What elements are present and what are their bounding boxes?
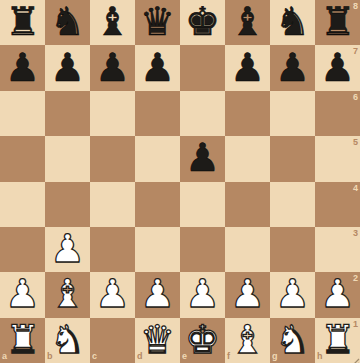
square-g8[interactable]: ♞ [270, 0, 315, 45]
white-knight[interactable]: ♞ [275, 320, 310, 359]
square-a4[interactable] [0, 182, 45, 227]
square-c4[interactable] [90, 182, 135, 227]
square-h8[interactable]: ♜8 [315, 0, 360, 45]
square-h2[interactable]: ♟2 [315, 272, 360, 317]
black-rook[interactable]: ♜ [320, 2, 355, 41]
square-h4[interactable]: 4 [315, 182, 360, 227]
square-c3[interactable] [90, 227, 135, 272]
white-pawn[interactable]: ♟ [50, 229, 85, 268]
square-f5[interactable] [225, 136, 270, 181]
square-c6[interactable] [90, 91, 135, 136]
square-a3[interactable] [0, 227, 45, 272]
square-b8[interactable]: ♞ [45, 0, 90, 45]
square-e3[interactable] [180, 227, 225, 272]
square-d3[interactable] [135, 227, 180, 272]
square-h6[interactable]: 6 [315, 91, 360, 136]
square-e5[interactable]: ♟ [180, 136, 225, 181]
rank-label-6: 6 [353, 93, 358, 102]
white-bishop[interactable]: ♝ [230, 320, 265, 359]
white-queen[interactable]: ♛ [140, 320, 175, 359]
chess-board[interactable]: ♜♞♝♛♚♝♞♜8♟♟♟♟♟♟♟76♟54♟3♟♝♟♟♟♟♟♟2♜a♞bc♛d♚… [0, 0, 360, 363]
square-e4[interactable] [180, 182, 225, 227]
square-a2[interactable]: ♟ [0, 272, 45, 317]
square-d7[interactable]: ♟ [135, 45, 180, 90]
square-b4[interactable] [45, 182, 90, 227]
square-b3[interactable]: ♟ [45, 227, 90, 272]
square-c7[interactable]: ♟ [90, 45, 135, 90]
resize-handle-icon[interactable] [350, 353, 360, 363]
square-d2[interactable]: ♟ [135, 272, 180, 317]
white-knight[interactable]: ♞ [50, 320, 85, 359]
black-queen[interactable]: ♛ [140, 2, 175, 41]
square-b2[interactable]: ♝ [45, 272, 90, 317]
black-pawn[interactable]: ♟ [140, 48, 175, 87]
square-f8[interactable]: ♝ [225, 0, 270, 45]
white-pawn[interactable]: ♟ [320, 274, 355, 313]
square-f1[interactable]: ♝f [225, 318, 270, 363]
white-rook[interactable]: ♜ [5, 320, 40, 359]
square-a5[interactable] [0, 136, 45, 181]
square-e1[interactable]: ♚e [180, 318, 225, 363]
square-a1[interactable]: ♜a [0, 318, 45, 363]
black-bishop[interactable]: ♝ [230, 2, 265, 41]
black-king[interactable]: ♚ [185, 2, 220, 41]
square-d5[interactable] [135, 136, 180, 181]
file-label-c: c [92, 352, 97, 361]
square-d1[interactable]: ♛d [135, 318, 180, 363]
white-pawn[interactable]: ♟ [140, 274, 175, 313]
square-e2[interactable]: ♟ [180, 272, 225, 317]
white-pawn[interactable]: ♟ [5, 274, 40, 313]
black-pawn[interactable]: ♟ [320, 48, 355, 87]
square-h7[interactable]: ♟7 [315, 45, 360, 90]
square-g2[interactable]: ♟ [270, 272, 315, 317]
square-c1[interactable]: c [90, 318, 135, 363]
square-c2[interactable]: ♟ [90, 272, 135, 317]
square-f2[interactable]: ♟ [225, 272, 270, 317]
square-a6[interactable] [0, 91, 45, 136]
square-f6[interactable] [225, 91, 270, 136]
rank-label-5: 5 [353, 138, 358, 147]
square-b6[interactable] [45, 91, 90, 136]
square-d8[interactable]: ♛ [135, 0, 180, 45]
black-pawn[interactable]: ♟ [5, 48, 40, 87]
white-bishop[interactable]: ♝ [50, 274, 85, 313]
black-pawn[interactable]: ♟ [275, 48, 310, 87]
square-g7[interactable]: ♟ [270, 45, 315, 90]
square-a8[interactable]: ♜ [0, 0, 45, 45]
white-pawn[interactable]: ♟ [95, 274, 130, 313]
black-pawn[interactable]: ♟ [95, 48, 130, 87]
square-h5[interactable]: 5 [315, 136, 360, 181]
white-king[interactable]: ♚ [185, 320, 220, 359]
black-pawn[interactable]: ♟ [185, 138, 220, 177]
square-g4[interactable] [270, 182, 315, 227]
square-g3[interactable] [270, 227, 315, 272]
square-b5[interactable] [45, 136, 90, 181]
square-e6[interactable] [180, 91, 225, 136]
black-pawn[interactable]: ♟ [50, 48, 85, 87]
square-b7[interactable]: ♟ [45, 45, 90, 90]
square-d6[interactable] [135, 91, 180, 136]
square-g5[interactable] [270, 136, 315, 181]
square-f4[interactable] [225, 182, 270, 227]
square-c8[interactable]: ♝ [90, 0, 135, 45]
white-pawn[interactable]: ♟ [185, 274, 220, 313]
black-knight[interactable]: ♞ [50, 2, 85, 41]
square-f3[interactable] [225, 227, 270, 272]
square-d4[interactable] [135, 182, 180, 227]
square-h3[interactable]: 3 [315, 227, 360, 272]
rank-label-4: 4 [353, 184, 358, 193]
white-pawn[interactable]: ♟ [230, 274, 265, 313]
black-pawn[interactable]: ♟ [230, 48, 265, 87]
square-e8[interactable]: ♚ [180, 0, 225, 45]
black-rook[interactable]: ♜ [5, 2, 40, 41]
square-a7[interactable]: ♟ [0, 45, 45, 90]
black-knight[interactable]: ♞ [275, 2, 310, 41]
square-b1[interactable]: ♞b [45, 318, 90, 363]
white-pawn[interactable]: ♟ [275, 274, 310, 313]
black-bishop[interactable]: ♝ [95, 2, 130, 41]
square-f7[interactable]: ♟ [225, 45, 270, 90]
square-g1[interactable]: ♞g [270, 318, 315, 363]
square-e7[interactable] [180, 45, 225, 90]
square-g6[interactable] [270, 91, 315, 136]
rank-label-3: 3 [353, 229, 358, 238]
square-c5[interactable] [90, 136, 135, 181]
